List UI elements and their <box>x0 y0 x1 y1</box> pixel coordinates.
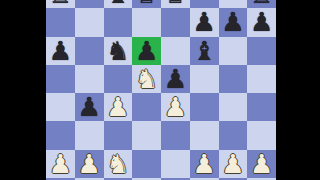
square-c8[interactable]: ♝ <box>104 0 133 8</box>
video-frame: ♜♝♛♚♜♟♟♟♟♞♟♝♞♟♟♟♟♟♟♞♟♟♟♜♛♚♝♜ <box>0 0 320 180</box>
square-h4[interactable] <box>247 93 276 121</box>
piece-black-queen-d8[interactable]: ♛ <box>135 0 158 7</box>
piece-black-rook-a8[interactable]: ♜ <box>49 0 72 7</box>
piece-white-king-e1[interactable]: ♚ <box>164 179 187 180</box>
square-e7[interactable] <box>161 8 190 36</box>
piece-black-pawn-b4[interactable]: ♟ <box>77 94 100 120</box>
piece-black-pawn-g7[interactable]: ♟ <box>221 9 244 35</box>
right-black-bar <box>278 0 320 180</box>
piece-white-pawn-a2[interactable]: ♟ <box>49 151 72 177</box>
piece-black-bishop-f6[interactable]: ♝ <box>192 38 215 64</box>
square-f6[interactable]: ♝ <box>190 37 219 65</box>
square-c7[interactable] <box>104 8 133 36</box>
piece-white-pawn-b2[interactable]: ♟ <box>77 151 100 177</box>
square-d4[interactable] <box>132 93 161 121</box>
square-g4[interactable] <box>219 93 248 121</box>
square-f2[interactable]: ♟ <box>190 150 219 178</box>
square-h3[interactable] <box>247 121 276 149</box>
piece-white-pawn-g2[interactable]: ♟ <box>221 151 244 177</box>
piece-white-knight-c2[interactable]: ♞ <box>106 151 129 177</box>
square-a2[interactable]: ♟ <box>46 150 75 178</box>
square-a3[interactable] <box>46 121 75 149</box>
square-b4[interactable]: ♟ <box>75 93 104 121</box>
square-b7[interactable] <box>75 8 104 36</box>
square-e4[interactable]: ♟ <box>161 93 190 121</box>
square-f7[interactable]: ♟ <box>190 8 219 36</box>
square-g6[interactable] <box>219 37 248 65</box>
square-e6[interactable] <box>161 37 190 65</box>
square-a4[interactable] <box>46 93 75 121</box>
square-f1[interactable]: ♝ <box>190 178 219 180</box>
square-b3[interactable] <box>75 121 104 149</box>
piece-black-pawn-h7[interactable]: ♟ <box>250 9 273 35</box>
left-black-bar <box>0 0 45 180</box>
square-h7[interactable]: ♟ <box>247 8 276 36</box>
square-b2[interactable]: ♟ <box>75 150 104 178</box>
piece-black-king-e8[interactable]: ♚ <box>164 0 187 7</box>
square-d2[interactable] <box>132 150 161 178</box>
piece-white-bishop-f1[interactable]: ♝ <box>192 179 215 180</box>
square-h2[interactable]: ♟ <box>247 150 276 178</box>
square-a7[interactable] <box>46 8 75 36</box>
square-c6[interactable]: ♞ <box>104 37 133 65</box>
square-c2[interactable]: ♞ <box>104 150 133 178</box>
piece-white-pawn-f2[interactable]: ♟ <box>192 151 215 177</box>
square-a8[interactable]: ♜ <box>46 0 75 8</box>
square-f5[interactable] <box>190 65 219 93</box>
square-c3[interactable] <box>104 121 133 149</box>
piece-white-rook-a1[interactable]: ♜ <box>49 179 72 180</box>
board-right-edge-line <box>276 0 278 180</box>
piece-white-pawn-h2[interactable]: ♟ <box>250 151 273 177</box>
square-e8[interactable]: ♚ <box>161 0 190 8</box>
square-d3[interactable] <box>132 121 161 149</box>
piece-black-bishop-c8[interactable]: ♝ <box>106 0 129 7</box>
piece-white-rook-h1[interactable]: ♜ <box>250 179 273 180</box>
square-e1[interactable]: ♚ <box>161 178 190 180</box>
square-b6[interactable] <box>75 37 104 65</box>
square-c4[interactable]: ♟ <box>104 93 133 121</box>
square-g3[interactable] <box>219 121 248 149</box>
square-d1[interactable]: ♛ <box>132 178 161 180</box>
chess-board: ♜♝♛♚♜♟♟♟♟♞♟♝♞♟♟♟♟♟♟♞♟♟♟♜♛♚♝♜ <box>46 0 276 180</box>
square-d7[interactable] <box>132 8 161 36</box>
square-h6[interactable] <box>247 37 276 65</box>
square-g7[interactable]: ♟ <box>219 8 248 36</box>
square-b8[interactable] <box>75 0 104 8</box>
square-a1[interactable]: ♜ <box>46 178 75 180</box>
square-g5[interactable] <box>219 65 248 93</box>
square-e3[interactable] <box>161 121 190 149</box>
square-f4[interactable] <box>190 93 219 121</box>
square-e5[interactable]: ♟ <box>161 65 190 93</box>
piece-black-rook-h8[interactable]: ♜ <box>250 0 273 7</box>
piece-white-pawn-c4[interactable]: ♟ <box>106 94 129 120</box>
square-b5[interactable] <box>75 65 104 93</box>
piece-black-pawn-d6[interactable]: ♟ <box>135 38 158 64</box>
piece-black-knight-c6[interactable]: ♞ <box>106 38 129 64</box>
square-f3[interactable] <box>190 121 219 149</box>
square-d6[interactable]: ♟ <box>132 37 161 65</box>
square-h1[interactable]: ♜ <box>247 178 276 180</box>
square-c5[interactable] <box>104 65 133 93</box>
square-d8[interactable]: ♛ <box>132 0 161 8</box>
square-g2[interactable]: ♟ <box>219 150 248 178</box>
square-e2[interactable] <box>161 150 190 178</box>
piece-white-pawn-e4[interactable]: ♟ <box>164 94 187 120</box>
piece-white-queen-d1[interactable]: ♛ <box>135 179 158 180</box>
piece-white-knight-d5[interactable]: ♞ <box>135 66 158 92</box>
square-h5[interactable] <box>247 65 276 93</box>
square-d5[interactable]: ♞ <box>132 65 161 93</box>
piece-black-pawn-a6[interactable]: ♟ <box>49 38 72 64</box>
piece-black-pawn-f7[interactable]: ♟ <box>192 9 215 35</box>
square-a5[interactable] <box>46 65 75 93</box>
square-a6[interactable]: ♟ <box>46 37 75 65</box>
piece-black-pawn-e5[interactable]: ♟ <box>164 66 187 92</box>
